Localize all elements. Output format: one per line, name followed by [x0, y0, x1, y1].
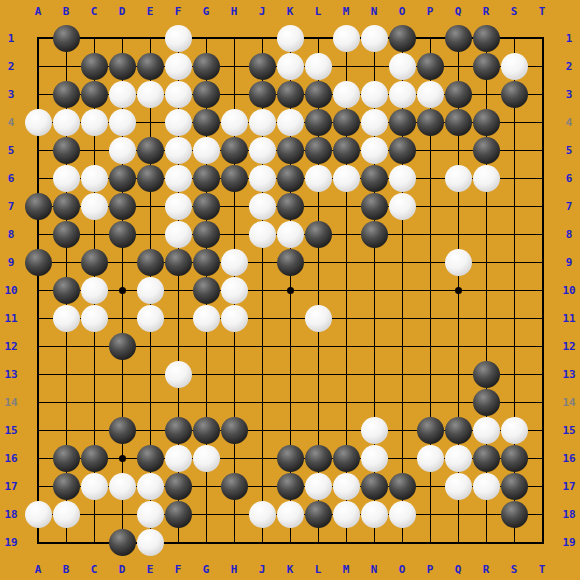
- white-stone-M3: [333, 81, 360, 108]
- white-stone-J7: [249, 193, 276, 220]
- white-stone-L11: [305, 305, 332, 332]
- star-point-D16: [119, 455, 126, 462]
- white-stone-C6: [81, 165, 108, 192]
- black-stone-B10: [53, 277, 80, 304]
- black-stone-J2: [249, 53, 276, 80]
- black-stone-Q4: [445, 109, 472, 136]
- coord-label-bottom-N: N: [371, 564, 378, 575]
- white-stone-J8: [249, 221, 276, 248]
- coord-label-right-7: 7: [566, 201, 573, 212]
- black-stone-C2: [81, 53, 108, 80]
- black-stone-R2: [473, 53, 500, 80]
- coord-label-top-B: B: [63, 6, 70, 17]
- coord-label-bottom-G: G: [203, 564, 210, 575]
- white-stone-E3: [137, 81, 164, 108]
- coord-label-bottom-M: M: [343, 564, 350, 575]
- black-stone-K5: [277, 137, 304, 164]
- white-stone-G16: [193, 445, 220, 472]
- white-stone-J6: [249, 165, 276, 192]
- black-stone-K16: [277, 445, 304, 472]
- coord-label-top-R: R: [483, 6, 490, 17]
- coord-label-top-M: M: [343, 6, 350, 17]
- white-stone-G11: [193, 305, 220, 332]
- black-stone-G2: [193, 53, 220, 80]
- coord-label-right-6: 6: [566, 173, 573, 184]
- white-stone-M17: [333, 473, 360, 500]
- coord-label-bottom-F: F: [175, 564, 182, 575]
- black-stone-S3: [501, 81, 528, 108]
- white-stone-R15: [473, 417, 500, 444]
- black-stone-B8: [53, 221, 80, 248]
- white-stone-O3: [389, 81, 416, 108]
- black-stone-L4: [305, 109, 332, 136]
- white-stone-Q9: [445, 249, 472, 276]
- coord-label-right-4: 4: [566, 117, 573, 128]
- black-stone-K3: [277, 81, 304, 108]
- go-board[interactable]: AABBCCDDEEFFGGHHJJKKLLMMNNOOPPQQRRSSTT11…: [0, 0, 580, 580]
- black-stone-D6: [109, 165, 136, 192]
- black-stone-H6: [221, 165, 248, 192]
- black-stone-R5: [473, 137, 500, 164]
- black-stone-G6: [193, 165, 220, 192]
- black-stone-E2: [137, 53, 164, 80]
- coord-label-bottom-B: B: [63, 564, 70, 575]
- white-stone-O6: [389, 165, 416, 192]
- coord-label-left-2: 2: [8, 61, 15, 72]
- black-stone-C16: [81, 445, 108, 472]
- black-stone-L8: [305, 221, 332, 248]
- coord-label-left-13: 13: [4, 369, 17, 380]
- white-stone-F4: [165, 109, 192, 136]
- coord-label-right-8: 8: [566, 229, 573, 240]
- coord-label-top-D: D: [119, 6, 126, 17]
- black-stone-B17: [53, 473, 80, 500]
- coord-label-right-18: 18: [562, 509, 575, 520]
- white-stone-N3: [361, 81, 388, 108]
- coord-label-left-9: 9: [8, 257, 15, 268]
- black-stone-D19: [109, 529, 136, 556]
- white-stone-F5: [165, 137, 192, 164]
- black-stone-S16: [501, 445, 528, 472]
- black-stone-F9: [165, 249, 192, 276]
- star-point-Q10: [455, 287, 462, 294]
- coord-label-left-16: 16: [4, 453, 17, 464]
- white-stone-F16: [165, 445, 192, 472]
- coord-label-bottom-Q: Q: [455, 564, 462, 575]
- coord-label-left-19: 19: [4, 537, 17, 548]
- black-stone-S18: [501, 501, 528, 528]
- white-stone-L6: [305, 165, 332, 192]
- black-stone-D2: [109, 53, 136, 80]
- black-stone-B7: [53, 193, 80, 220]
- black-stone-M16: [333, 445, 360, 472]
- white-stone-N1: [361, 25, 388, 52]
- coord-label-right-17: 17: [562, 481, 575, 492]
- black-stone-D12: [109, 333, 136, 360]
- white-stone-S15: [501, 417, 528, 444]
- black-stone-G10: [193, 277, 220, 304]
- black-stone-F15: [165, 417, 192, 444]
- black-stone-G3: [193, 81, 220, 108]
- coord-label-bottom-T: T: [539, 564, 546, 575]
- black-stone-O1: [389, 25, 416, 52]
- white-stone-E11: [137, 305, 164, 332]
- white-stone-C10: [81, 277, 108, 304]
- white-stone-R6: [473, 165, 500, 192]
- coord-label-top-N: N: [371, 6, 378, 17]
- black-stone-B3: [53, 81, 80, 108]
- white-stone-B18: [53, 501, 80, 528]
- white-stone-C7: [81, 193, 108, 220]
- coord-label-right-2: 2: [566, 61, 573, 72]
- black-stone-R13: [473, 361, 500, 388]
- white-stone-L17: [305, 473, 332, 500]
- black-stone-R4: [473, 109, 500, 136]
- white-stone-J4: [249, 109, 276, 136]
- black-stone-G9: [193, 249, 220, 276]
- white-stone-J18: [249, 501, 276, 528]
- black-stone-K17: [277, 473, 304, 500]
- white-stone-N18: [361, 501, 388, 528]
- black-stone-H15: [221, 417, 248, 444]
- white-stone-N4: [361, 109, 388, 136]
- black-stone-E9: [137, 249, 164, 276]
- black-stone-J3: [249, 81, 276, 108]
- white-stone-C17: [81, 473, 108, 500]
- white-stone-C11: [81, 305, 108, 332]
- white-stone-F7: [165, 193, 192, 220]
- white-stone-P3: [417, 81, 444, 108]
- black-stone-C9: [81, 249, 108, 276]
- white-stone-K4: [277, 109, 304, 136]
- black-stone-S17: [501, 473, 528, 500]
- black-stone-E6: [137, 165, 164, 192]
- white-stone-A4: [25, 109, 52, 136]
- coord-label-right-13: 13: [562, 369, 575, 380]
- white-stone-F1: [165, 25, 192, 52]
- black-stone-G7: [193, 193, 220, 220]
- coord-label-left-4: 4: [8, 117, 15, 128]
- black-stone-D8: [109, 221, 136, 248]
- coord-label-right-12: 12: [562, 341, 575, 352]
- black-stone-D7: [109, 193, 136, 220]
- white-stone-B11: [53, 305, 80, 332]
- black-stone-K9: [277, 249, 304, 276]
- black-stone-Q3: [445, 81, 472, 108]
- coord-label-top-E: E: [147, 6, 154, 17]
- white-stone-Q17: [445, 473, 472, 500]
- black-stone-N8: [361, 221, 388, 248]
- black-stone-B1: [53, 25, 80, 52]
- black-stone-K6: [277, 165, 304, 192]
- white-stone-N15: [361, 417, 388, 444]
- coord-label-top-L: L: [315, 6, 322, 17]
- coord-label-top-O: O: [399, 6, 406, 17]
- black-stone-F18: [165, 501, 192, 528]
- white-stone-N5: [361, 137, 388, 164]
- white-stone-D5: [109, 137, 136, 164]
- coord-label-left-6: 6: [8, 173, 15, 184]
- coord-label-top-J: J: [259, 6, 266, 17]
- white-stone-S2: [501, 53, 528, 80]
- white-stone-K18: [277, 501, 304, 528]
- white-stone-D17: [109, 473, 136, 500]
- white-stone-F6: [165, 165, 192, 192]
- white-stone-F13: [165, 361, 192, 388]
- coord-label-right-16: 16: [562, 453, 575, 464]
- coord-label-left-3: 3: [8, 89, 15, 100]
- star-point-D10: [119, 287, 126, 294]
- white-stone-Q16: [445, 445, 472, 472]
- black-stone-L5: [305, 137, 332, 164]
- coord-label-left-11: 11: [4, 313, 17, 324]
- white-stone-K2: [277, 53, 304, 80]
- coord-label-bottom-E: E: [147, 564, 154, 575]
- white-stone-K1: [277, 25, 304, 52]
- coord-label-top-A: A: [35, 6, 42, 17]
- black-stone-R1: [473, 25, 500, 52]
- coord-label-top-Q: Q: [455, 6, 462, 17]
- black-stone-O4: [389, 109, 416, 136]
- white-stone-C4: [81, 109, 108, 136]
- coord-label-right-1: 1: [566, 33, 573, 44]
- coord-label-right-3: 3: [566, 89, 573, 100]
- black-stone-K7: [277, 193, 304, 220]
- white-stone-F8: [165, 221, 192, 248]
- coord-label-left-5: 5: [8, 145, 15, 156]
- white-stone-N16: [361, 445, 388, 472]
- black-stone-E5: [137, 137, 164, 164]
- white-stone-R17: [473, 473, 500, 500]
- white-stone-D3: [109, 81, 136, 108]
- black-stone-N6: [361, 165, 388, 192]
- black-stone-P4: [417, 109, 444, 136]
- white-stone-F3: [165, 81, 192, 108]
- coord-label-top-S: S: [511, 6, 518, 17]
- white-stone-M6: [333, 165, 360, 192]
- black-stone-E16: [137, 445, 164, 472]
- white-stone-L2: [305, 53, 332, 80]
- coord-label-left-10: 10: [4, 285, 17, 296]
- coord-label-left-18: 18: [4, 509, 17, 520]
- coord-label-left-8: 8: [8, 229, 15, 240]
- coord-label-right-19: 19: [562, 537, 575, 548]
- white-stone-A18: [25, 501, 52, 528]
- black-stone-A9: [25, 249, 52, 276]
- white-stone-B4: [53, 109, 80, 136]
- coord-label-top-T: T: [539, 6, 546, 17]
- black-stone-L3: [305, 81, 332, 108]
- coord-label-bottom-L: L: [315, 564, 322, 575]
- coord-label-bottom-R: R: [483, 564, 490, 575]
- coord-label-top-F: F: [175, 6, 182, 17]
- white-stone-E19: [137, 529, 164, 556]
- white-stone-H10: [221, 277, 248, 304]
- coord-label-bottom-D: D: [119, 564, 126, 575]
- white-stone-M1: [333, 25, 360, 52]
- black-stone-R14: [473, 389, 500, 416]
- coord-label-bottom-K: K: [287, 564, 294, 575]
- coord-label-top-H: H: [231, 6, 238, 17]
- black-stone-O17: [389, 473, 416, 500]
- white-stone-H11: [221, 305, 248, 332]
- white-stone-P16: [417, 445, 444, 472]
- black-stone-M4: [333, 109, 360, 136]
- coord-label-left-12: 12: [4, 341, 17, 352]
- white-stone-E18: [137, 501, 164, 528]
- black-stone-N7: [361, 193, 388, 220]
- coord-label-top-K: K: [287, 6, 294, 17]
- white-stone-F2: [165, 53, 192, 80]
- white-stone-E10: [137, 277, 164, 304]
- white-stone-M18: [333, 501, 360, 528]
- black-stone-A7: [25, 193, 52, 220]
- coord-label-right-5: 5: [566, 145, 573, 156]
- coord-label-left-7: 7: [8, 201, 15, 212]
- black-stone-O5: [389, 137, 416, 164]
- coord-label-right-14: 14: [562, 397, 575, 408]
- black-stone-G8: [193, 221, 220, 248]
- black-stone-L18: [305, 501, 332, 528]
- black-stone-Q15: [445, 417, 472, 444]
- white-stone-O18: [389, 501, 416, 528]
- white-stone-H4: [221, 109, 248, 136]
- black-stone-C3: [81, 81, 108, 108]
- white-stone-G5: [193, 137, 220, 164]
- coord-label-right-15: 15: [562, 425, 575, 436]
- coord-label-bottom-S: S: [511, 564, 518, 575]
- white-stone-K8: [277, 221, 304, 248]
- coord-label-bottom-J: J: [259, 564, 266, 575]
- coord-label-top-C: C: [91, 6, 98, 17]
- coord-label-right-10: 10: [562, 285, 575, 296]
- black-stone-M5: [333, 137, 360, 164]
- black-stone-F17: [165, 473, 192, 500]
- coord-label-bottom-P: P: [427, 564, 434, 575]
- coord-label-left-14: 14: [4, 397, 17, 408]
- coord-label-right-11: 11: [562, 313, 575, 324]
- black-stone-P2: [417, 53, 444, 80]
- black-stone-N17: [361, 473, 388, 500]
- white-stone-J5: [249, 137, 276, 164]
- coord-label-left-15: 15: [4, 425, 17, 436]
- white-stone-O7: [389, 193, 416, 220]
- coord-label-bottom-H: H: [231, 564, 238, 575]
- black-stone-H17: [221, 473, 248, 500]
- coord-label-bottom-C: C: [91, 564, 98, 575]
- white-stone-Q6: [445, 165, 472, 192]
- coord-label-top-P: P: [427, 6, 434, 17]
- star-point-K10: [287, 287, 294, 294]
- coord-label-left-1: 1: [8, 33, 15, 44]
- white-stone-H9: [221, 249, 248, 276]
- coord-label-bottom-O: O: [399, 564, 406, 575]
- black-stone-P15: [417, 417, 444, 444]
- coord-label-right-9: 9: [566, 257, 573, 268]
- white-stone-D4: [109, 109, 136, 136]
- black-stone-H5: [221, 137, 248, 164]
- black-stone-Q1: [445, 25, 472, 52]
- white-stone-O2: [389, 53, 416, 80]
- black-stone-G4: [193, 109, 220, 136]
- coord-label-left-17: 17: [4, 481, 17, 492]
- coord-label-bottom-A: A: [35, 564, 42, 575]
- black-stone-B16: [53, 445, 80, 472]
- black-stone-L16: [305, 445, 332, 472]
- black-stone-G15: [193, 417, 220, 444]
- white-stone-B6: [53, 165, 80, 192]
- white-stone-E17: [137, 473, 164, 500]
- coord-label-top-G: G: [203, 6, 210, 17]
- black-stone-R16: [473, 445, 500, 472]
- black-stone-B5: [53, 137, 80, 164]
- black-stone-D15: [109, 417, 136, 444]
